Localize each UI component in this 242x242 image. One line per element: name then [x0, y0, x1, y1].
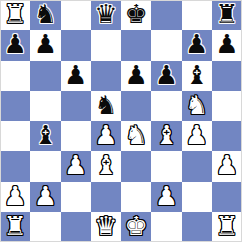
square-d6[interactable] [91, 61, 121, 91]
square-d8[interactable]: ♛ [91, 0, 121, 30]
square-g3[interactable] [182, 151, 212, 181]
square-d5[interactable]: ♞ [91, 91, 121, 121]
square-a3[interactable] [0, 151, 30, 181]
square-d3[interactable]: ♝ [91, 151, 121, 181]
piece-white-knight: ♞ [124, 122, 147, 148]
square-g8[interactable] [182, 0, 212, 30]
square-g6[interactable]: ♝ [182, 61, 212, 91]
square-c5[interactable] [61, 91, 91, 121]
square-f2[interactable]: ♟ [151, 182, 181, 212]
square-e3[interactable] [121, 151, 151, 181]
square-c4[interactable] [61, 121, 91, 151]
square-b3[interactable] [30, 151, 60, 181]
square-b2[interactable]: ♟ [30, 182, 60, 212]
piece-black-rook: ♜ [215, 1, 238, 27]
piece-black-pawn: ♟ [185, 31, 208, 57]
square-f7[interactable] [151, 30, 181, 60]
square-b1[interactable] [30, 212, 60, 242]
square-a4[interactable] [0, 121, 30, 151]
piece-black-knight: ♞ [34, 1, 57, 27]
square-a7[interactable]: ♟ [0, 30, 30, 60]
square-d2[interactable] [91, 182, 121, 212]
piece-black-pawn: ♟ [155, 62, 178, 88]
square-d4[interactable]: ♟ [91, 121, 121, 151]
piece-black-pawn: ♟ [3, 31, 26, 57]
square-e6[interactable]: ♟ [121, 61, 151, 91]
piece-white-pawn: ♟ [185, 122, 208, 148]
piece-black-pawn: ♟ [64, 62, 87, 88]
piece-black-queen: ♛ [94, 1, 117, 27]
square-g5[interactable]: ♞ [182, 91, 212, 121]
piece-black-king: ♚ [124, 1, 147, 27]
square-a6[interactable] [0, 61, 30, 91]
square-h5[interactable] [212, 91, 242, 121]
square-b5[interactable] [30, 91, 60, 121]
square-d1[interactable]: ♛ [91, 212, 121, 242]
piece-white-queen: ♛ [94, 213, 117, 239]
square-b6[interactable] [30, 61, 60, 91]
square-a1[interactable]: ♜ [0, 212, 30, 242]
square-h6[interactable] [212, 61, 242, 91]
piece-black-bishop: ♝ [185, 62, 208, 88]
square-f1[interactable] [151, 212, 181, 242]
square-c7[interactable] [61, 30, 91, 60]
square-g1[interactable] [182, 212, 212, 242]
square-f6[interactable]: ♟ [151, 61, 181, 91]
square-g4[interactable]: ♟ [182, 121, 212, 151]
chess-board: ♜♞♛♚♜♟♟♟♟♟♟♟♝♞♞♝♟♞♝♟♟♝♟♟♟♟♜♛♚♜ [0, 0, 242, 242]
square-b4[interactable]: ♝ [30, 121, 60, 151]
square-a5[interactable] [0, 91, 30, 121]
piece-white-pawn: ♟ [155, 183, 178, 209]
piece-white-rook: ♜ [215, 213, 238, 239]
piece-white-bishop: ♝ [94, 152, 117, 178]
square-g7[interactable]: ♟ [182, 30, 212, 60]
square-c1[interactable] [61, 212, 91, 242]
square-d7[interactable] [91, 30, 121, 60]
square-c8[interactable] [61, 0, 91, 30]
piece-white-pawn: ♟ [94, 122, 117, 148]
square-h4[interactable] [212, 121, 242, 151]
square-a8[interactable]: ♜ [0, 0, 30, 30]
square-c6[interactable]: ♟ [61, 61, 91, 91]
piece-white-pawn: ♟ [64, 152, 87, 178]
square-g2[interactable] [182, 182, 212, 212]
square-h8[interactable]: ♜ [212, 0, 242, 30]
square-b7[interactable]: ♟ [30, 30, 60, 60]
piece-white-bishop: ♝ [155, 122, 178, 148]
piece-white-pawn: ♟ [34, 183, 57, 209]
square-c2[interactable] [61, 182, 91, 212]
square-h1[interactable]: ♜ [212, 212, 242, 242]
square-e5[interactable] [121, 91, 151, 121]
piece-white-pawn: ♟ [215, 152, 238, 178]
square-e2[interactable] [121, 182, 151, 212]
piece-black-pawn: ♟ [34, 31, 57, 57]
square-b8[interactable]: ♞ [30, 0, 60, 30]
square-e8[interactable]: ♚ [121, 0, 151, 30]
square-h2[interactable] [212, 182, 242, 212]
piece-black-pawn: ♟ [124, 62, 147, 88]
square-c3[interactable]: ♟ [61, 151, 91, 181]
square-e4[interactable]: ♞ [121, 121, 151, 151]
piece-black-knight: ♞ [94, 92, 117, 118]
square-e7[interactable] [121, 30, 151, 60]
piece-white-knight: ♞ [185, 92, 208, 118]
piece-black-pawn: ♟ [215, 31, 238, 57]
square-a2[interactable]: ♟ [0, 182, 30, 212]
piece-black-bishop: ♝ [34, 122, 57, 148]
square-h7[interactable]: ♟ [212, 30, 242, 60]
square-f8[interactable] [151, 0, 181, 30]
square-f5[interactable] [151, 91, 181, 121]
piece-white-rook: ♜ [3, 1, 26, 27]
piece-white-pawn: ♟ [3, 183, 26, 209]
square-f3[interactable] [151, 151, 181, 181]
square-e1[interactable]: ♚ [121, 212, 151, 242]
piece-white-rook: ♜ [3, 213, 26, 239]
square-h3[interactable]: ♟ [212, 151, 242, 181]
square-f4[interactable]: ♝ [151, 121, 181, 151]
piece-white-king: ♚ [124, 213, 147, 239]
